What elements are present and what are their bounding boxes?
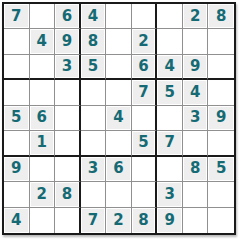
cell-r7c6[interactable] — [132, 157, 158, 182]
cell-r3c4[interactable]: 5 — [81, 55, 107, 80]
cell-r1c4[interactable]: 4 — [81, 4, 107, 29]
cell-r3c7[interactable]: 4 — [157, 55, 183, 80]
cell-r8c3[interactable]: 8 — [55, 182, 81, 207]
cell-r5c4[interactable] — [81, 106, 107, 131]
cell-r9c6[interactable]: 8 — [132, 208, 158, 233]
cell-r9c9[interactable] — [208, 208, 234, 233]
cell-r7c8[interactable]: 8 — [183, 157, 209, 182]
cell-r4c7[interactable]: 5 — [157, 80, 183, 105]
cell-r9c4[interactable]: 7 — [81, 208, 107, 233]
cell-r8c4[interactable] — [81, 182, 107, 207]
cell-r9c8[interactable] — [183, 208, 209, 233]
cell-r1c5[interactable] — [106, 4, 132, 29]
cell-r5c3[interactable] — [55, 106, 81, 131]
cell-r8c7[interactable]: 3 — [157, 182, 183, 207]
cell-r3c6[interactable]: 6 — [132, 55, 158, 80]
cell-r2c2[interactable]: 4 — [30, 29, 56, 54]
cell-r2c4[interactable]: 8 — [81, 29, 107, 54]
cell-r6c1[interactable] — [4, 131, 30, 156]
cell-r7c3[interactable] — [55, 157, 81, 182]
cell-r8c8[interactable] — [183, 182, 209, 207]
cell-r4c2[interactable] — [30, 80, 56, 105]
cell-r9c7[interactable]: 9 — [157, 208, 183, 233]
cell-r1c3[interactable]: 6 — [55, 4, 81, 29]
cell-r6c9[interactable] — [208, 131, 234, 156]
cell-r7c4[interactable]: 3 — [81, 157, 107, 182]
cell-r7c5[interactable]: 6 — [106, 157, 132, 182]
cell-r8c1[interactable] — [4, 182, 30, 207]
cell-r5c8[interactable]: 3 — [183, 106, 209, 131]
cell-r3c5[interactable] — [106, 55, 132, 80]
cell-r1c1[interactable]: 7 — [4, 4, 30, 29]
cell-r8c5[interactable] — [106, 182, 132, 207]
cell-r9c3[interactable] — [55, 208, 81, 233]
cell-r8c6[interactable] — [132, 182, 158, 207]
cell-r9c1[interactable]: 4 — [4, 208, 30, 233]
cell-r4c5[interactable] — [106, 80, 132, 105]
cell-r4c1[interactable] — [4, 80, 30, 105]
cell-r3c9[interactable] — [208, 55, 234, 80]
cell-r6c4[interactable] — [81, 131, 107, 156]
cell-r3c1[interactable] — [4, 55, 30, 80]
cell-r7c2[interactable] — [30, 157, 56, 182]
cell-r9c2[interactable] — [30, 208, 56, 233]
cell-r1c8[interactable]: 2 — [183, 4, 209, 29]
cell-r1c2[interactable] — [30, 4, 56, 29]
sudoku-board: 76428498235649754564391579368528347289 — [2, 2, 236, 235]
cell-r6c2[interactable]: 1 — [30, 131, 56, 156]
cell-r3c8[interactable]: 9 — [183, 55, 209, 80]
cell-r2c3[interactable]: 9 — [55, 29, 81, 54]
cell-r7c9[interactable]: 5 — [208, 157, 234, 182]
cell-r3c3[interactable]: 3 — [55, 55, 81, 80]
cell-r4c8[interactable]: 4 — [183, 80, 209, 105]
cell-r6c6[interactable]: 5 — [132, 131, 158, 156]
cell-r2c7[interactable] — [157, 29, 183, 54]
cell-r4c9[interactable] — [208, 80, 234, 105]
cell-r2c5[interactable] — [106, 29, 132, 54]
cell-r2c1[interactable] — [4, 29, 30, 54]
cell-r7c1[interactable]: 9 — [4, 157, 30, 182]
cell-r4c4[interactable] — [81, 80, 107, 105]
cell-r5c7[interactable] — [157, 106, 183, 131]
cell-r2c8[interactable] — [183, 29, 209, 54]
cell-r2c6[interactable]: 2 — [132, 29, 158, 54]
cell-r9c5[interactable]: 2 — [106, 208, 132, 233]
cell-r5c6[interactable] — [132, 106, 158, 131]
cell-r5c9[interactable]: 9 — [208, 106, 234, 131]
cell-r5c5[interactable]: 4 — [106, 106, 132, 131]
cell-r3c2[interactable] — [30, 55, 56, 80]
cell-r6c3[interactable] — [55, 131, 81, 156]
cell-r7c7[interactable] — [157, 157, 183, 182]
cell-r4c3[interactable] — [55, 80, 81, 105]
cell-r6c5[interactable] — [106, 131, 132, 156]
cell-r5c2[interactable]: 6 — [30, 106, 56, 131]
cell-r1c6[interactable] — [132, 4, 158, 29]
cell-r8c2[interactable]: 2 — [30, 182, 56, 207]
cell-r5c1[interactable]: 5 — [4, 106, 30, 131]
cell-r1c7[interactable] — [157, 4, 183, 29]
cell-r6c8[interactable] — [183, 131, 209, 156]
cell-r1c9[interactable]: 8 — [208, 4, 234, 29]
cell-r6c7[interactable]: 7 — [157, 131, 183, 156]
cell-r8c9[interactable] — [208, 182, 234, 207]
cell-r4c6[interactable]: 7 — [132, 80, 158, 105]
cell-r2c9[interactable] — [208, 29, 234, 54]
